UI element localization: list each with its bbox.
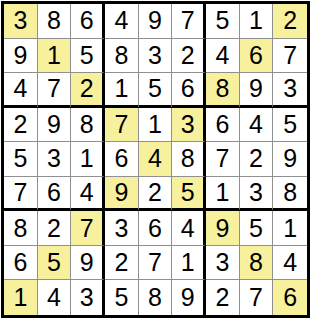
cell-r8c6[interactable]: 2 — [206, 280, 240, 315]
cell-r6c0[interactable]: 8 — [4, 211, 38, 246]
cell-r5c1[interactable]: 6 — [38, 177, 72, 212]
cell-r1c3[interactable]: 8 — [105, 39, 139, 74]
cell-r7c8[interactable]: 4 — [273, 246, 307, 281]
cell-r0c5[interactable]: 7 — [172, 4, 206, 39]
cell-r6c3[interactable]: 3 — [105, 211, 139, 246]
cell-r1c7[interactable]: 6 — [240, 39, 274, 74]
cell-r3c6[interactable]: 6 — [206, 108, 240, 143]
cell-r0c1[interactable]: 8 — [38, 4, 72, 39]
cell-r2c3[interactable]: 1 — [105, 73, 139, 108]
cell-r1c0[interactable]: 9 — [4, 39, 38, 74]
cell-r3c3[interactable]: 7 — [105, 108, 139, 143]
cell-r3c0[interactable]: 2 — [4, 108, 38, 143]
cell-r5c5[interactable]: 5 — [172, 177, 206, 212]
cell-r8c7[interactable]: 7 — [240, 280, 274, 315]
cell-r5c8[interactable]: 8 — [273, 177, 307, 212]
cell-r1c2[interactable]: 5 — [71, 39, 105, 74]
cell-r4c2[interactable]: 1 — [71, 142, 105, 177]
cell-r2c5[interactable]: 6 — [172, 73, 206, 108]
cell-r5c3[interactable]: 9 — [105, 177, 139, 212]
cell-r3c7[interactable]: 4 — [240, 108, 274, 143]
cell-r2c8[interactable]: 3 — [273, 73, 307, 108]
cell-r3c2[interactable]: 8 — [71, 108, 105, 143]
cell-r0c8[interactable]: 2 — [273, 4, 307, 39]
cell-r0c4[interactable]: 9 — [139, 4, 173, 39]
cell-r7c7[interactable]: 8 — [240, 246, 274, 281]
cell-r7c1[interactable]: 5 — [38, 246, 72, 281]
cell-r8c3[interactable]: 5 — [105, 280, 139, 315]
cell-r3c8[interactable]: 5 — [273, 108, 307, 143]
cell-r7c4[interactable]: 7 — [139, 246, 173, 281]
cell-r0c6[interactable]: 5 — [206, 4, 240, 39]
cell-r8c2[interactable]: 3 — [71, 280, 105, 315]
cell-r6c7[interactable]: 5 — [240, 211, 274, 246]
cell-r4c0[interactable]: 5 — [4, 142, 38, 177]
cell-r6c1[interactable]: 2 — [38, 211, 72, 246]
cell-r1c8[interactable]: 7 — [273, 39, 307, 74]
cell-r4c1[interactable]: 3 — [38, 142, 72, 177]
cell-r8c0[interactable]: 1 — [4, 280, 38, 315]
cell-r5c6[interactable]: 1 — [206, 177, 240, 212]
cell-r0c7[interactable]: 1 — [240, 4, 274, 39]
cell-r4c6[interactable]: 7 — [206, 142, 240, 177]
cell-r4c8[interactable]: 9 — [273, 142, 307, 177]
cell-r5c4[interactable]: 2 — [139, 177, 173, 212]
cell-r7c2[interactable]: 9 — [71, 246, 105, 281]
cell-r6c8[interactable]: 1 — [273, 211, 307, 246]
cell-r0c2[interactable]: 6 — [71, 4, 105, 39]
cell-r4c3[interactable]: 6 — [105, 142, 139, 177]
cell-r2c1[interactable]: 7 — [38, 73, 72, 108]
cell-r3c4[interactable]: 1 — [139, 108, 173, 143]
cell-r8c1[interactable]: 4 — [38, 280, 72, 315]
cell-r7c6[interactable]: 3 — [206, 246, 240, 281]
cell-r4c7[interactable]: 2 — [240, 142, 274, 177]
cell-r6c6[interactable]: 9 — [206, 211, 240, 246]
cell-r4c4[interactable]: 4 — [139, 142, 173, 177]
cell-r0c0[interactable]: 3 — [4, 4, 38, 39]
cell-r8c4[interactable]: 8 — [139, 280, 173, 315]
cell-r1c6[interactable]: 4 — [206, 39, 240, 74]
cell-r3c1[interactable]: 9 — [38, 108, 72, 143]
cell-r2c2[interactable]: 2 — [71, 73, 105, 108]
cell-r7c0[interactable]: 6 — [4, 246, 38, 281]
cell-r6c5[interactable]: 4 — [172, 211, 206, 246]
cell-r0c3[interactable]: 4 — [105, 4, 139, 39]
cell-r8c8[interactable]: 6 — [273, 280, 307, 315]
sudoku-board: 3864975129158324674721568932987136455316… — [1, 1, 310, 318]
cell-r8c5[interactable]: 9 — [172, 280, 206, 315]
cell-r7c5[interactable]: 1 — [172, 246, 206, 281]
cell-r5c0[interactable]: 7 — [4, 177, 38, 212]
cell-r5c2[interactable]: 4 — [71, 177, 105, 212]
cell-r4c5[interactable]: 8 — [172, 142, 206, 177]
cell-r2c6[interactable]: 8 — [206, 73, 240, 108]
cell-r2c4[interactable]: 5 — [139, 73, 173, 108]
cell-r1c4[interactable]: 3 — [139, 39, 173, 74]
cell-r2c0[interactable]: 4 — [4, 73, 38, 108]
cell-r6c4[interactable]: 6 — [139, 211, 173, 246]
cell-r6c2[interactable]: 7 — [71, 211, 105, 246]
cell-r1c1[interactable]: 1 — [38, 39, 72, 74]
cell-r2c7[interactable]: 9 — [240, 73, 274, 108]
cell-r7c3[interactable]: 2 — [105, 246, 139, 281]
cell-r5c7[interactable]: 3 — [240, 177, 274, 212]
cell-r3c5[interactable]: 3 — [172, 108, 206, 143]
cell-r1c5[interactable]: 2 — [172, 39, 206, 74]
